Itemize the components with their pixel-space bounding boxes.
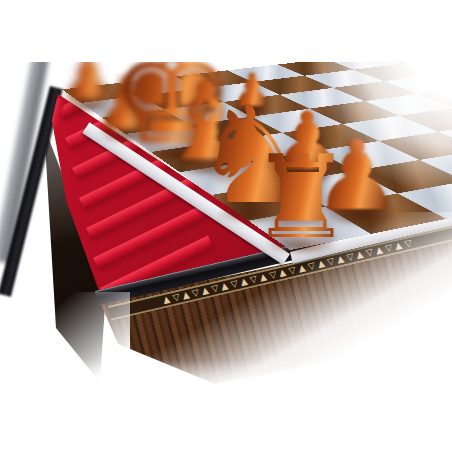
background-fade-bottom [0,360,452,400]
background-fade-top-right [300,62,452,202]
product-photo: ▲▽▲▽▲▽▲▽▲▽▲▽▲▽▲▽▲▽▲▽▲▽▲▽▲▽ ♟♟♟♚♝♟♞♟♜ [0,0,452,452]
scene: ▲▽▲▽▲▽▲▽▲▽▲▽▲▽▲▽▲▽▲▽▲▽▲▽▲▽ ♟♟♟♚♝♟♞♟♜ [0,62,452,400]
